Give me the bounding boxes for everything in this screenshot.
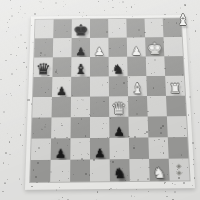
square-c1 [70,159,90,181]
square-d8 [90,19,108,38]
square-a6: ♛ [34,57,53,77]
square-h5: ♜ [165,76,185,96]
piece-black-king-c8: ♚ [73,22,89,38]
piece-black-pawn-c7: ♟ [75,46,86,57]
piece-white-rook-h5: ♜ [169,83,182,96]
piece-black-pawn-d2: ♟ [94,147,105,159]
square-a1 [30,160,50,182]
square-f6 [127,56,146,76]
piece-black-pawn-b5: ♟ [56,85,67,96]
square-g4 [147,96,167,117]
piece-white-pawn-f7: ♟ [131,46,142,57]
piece-black-knight-e1: ♞ [113,167,127,182]
square-d5 [90,76,109,96]
square-h7 [163,37,182,56]
square-b8 [53,19,72,38]
square-g7: ♚ [145,37,164,56]
square-b3 [51,117,71,138]
square-g1: ♞ [149,159,170,181]
square-a4 [32,97,52,118]
square-g6 [146,56,165,76]
square-d3 [90,117,109,138]
square-f3 [128,117,148,138]
square-b4 [52,97,71,118]
square-b1 [50,160,70,182]
square-a5 [33,77,52,97]
square-d2: ♟ [90,138,110,160]
photo-chess-scene: ♚♟♟♟♚♛♝♞♟♝♜♛♟♟♟♞♞◈◈ ♝ [0,0,200,200]
square-b6 [52,57,71,77]
board-logo: ◈◈ [169,158,190,180]
square-h3 [167,116,187,137]
square-f5: ♝ [128,76,147,96]
piece-black-queen-a6: ♛ [35,62,51,78]
square-e6: ♞ [109,57,128,77]
square-c5 [71,77,90,97]
square-d1 [90,159,110,181]
square-f1 [129,159,149,181]
square-g2 [148,137,168,159]
square-e3: ♟ [109,117,129,138]
square-d6 [90,57,109,77]
square-h8 [163,18,182,37]
piece-black-bishop-c6: ♝ [74,63,88,77]
square-a8 [35,20,54,39]
square-h6 [164,56,184,76]
square-b5: ♟ [52,77,71,97]
square-g5 [146,76,166,96]
square-g8 [145,18,164,37]
square-f7: ♟ [127,37,146,56]
piece-white-bishop-f5: ♝ [130,82,144,96]
square-e1: ♞ [110,159,130,181]
piece-white-knight-g1: ♞ [153,166,167,181]
chess-board: ♚♟♟♟♚♛♝♞♟♝♜♛♟♟♟♞♞◈◈ [25,15,195,190]
square-c6: ♝ [71,57,90,77]
square-b2: ♟ [51,138,71,160]
square-d4 [90,96,109,117]
square-e4: ♛ [109,96,128,117]
square-e5 [109,76,128,96]
square-c7: ♟ [71,38,90,57]
square-c3 [71,117,90,138]
square-h4 [166,96,186,117]
square-h1: ◈◈ [169,158,190,180]
board-grid: ♚♟♟♟♚♛♝♞♟♝♜♛♟♟♟♞♞◈◈ [30,18,189,182]
piece-black-pawn-e3: ♟ [113,126,124,138]
square-c2 [70,138,90,160]
square-e8 [108,19,127,38]
piece-black-pawn-b2: ♟ [55,148,67,160]
piece-white-pawn-d7: ♟ [94,46,105,57]
square-f2 [129,137,149,159]
square-d7: ♟ [90,38,109,57]
square-c4 [71,97,90,118]
square-f4 [128,96,148,117]
square-g3 [148,116,168,137]
square-b7 [53,38,72,57]
piece-white-king-g7: ♚ [147,41,163,57]
square-e2 [109,138,129,160]
square-f8 [126,19,145,38]
square-a3 [32,117,52,138]
square-a2 [31,138,51,160]
square-e7 [108,38,127,57]
piece-black-knight-e6: ♞ [112,63,125,76]
square-h2 [168,137,189,159]
square-c8: ♚ [72,19,90,38]
piece-white-queen-e4: ♛ [111,101,127,117]
square-a7 [34,38,53,57]
